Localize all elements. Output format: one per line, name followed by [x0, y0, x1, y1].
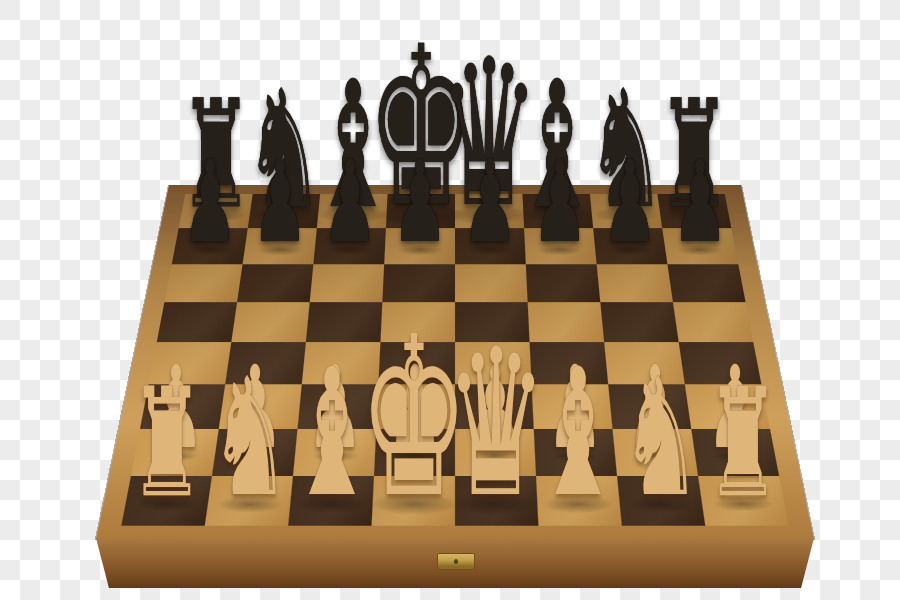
piece-black-pawn-h7[interactable]: ♟	[672, 146, 729, 260]
piece-black-pawn-c7[interactable]: ♟	[322, 146, 379, 260]
piece-black-pawn-b7[interactable]: ♟	[252, 146, 309, 260]
piece-white-knight-b1[interactable]: ♞	[209, 357, 290, 520]
piece-black-pawn-g7[interactable]: ♟	[602, 146, 659, 260]
square-a6[interactable]	[164, 264, 242, 302]
piece-white-queen-e1[interactable]: ♛	[445, 322, 546, 526]
piece-white-bishop-f1[interactable]: ♝	[535, 346, 622, 522]
piece-white-rook-a1[interactable]: ♜	[130, 369, 204, 519]
square-b6[interactable]	[237, 264, 313, 302]
square-h5[interactable]	[673, 302, 753, 342]
square-h6[interactable]	[667, 264, 745, 302]
square-g6[interactable]	[597, 264, 673, 302]
square-a5[interactable]	[157, 302, 237, 342]
brass-clasp-icon	[437, 553, 475, 570]
piece-white-knight-g1[interactable]: ♞	[620, 357, 701, 520]
square-f6[interactable]	[526, 264, 600, 302]
chess-set-photo: ♜♞♝♚♛♝♞♜♟♟♟♟♟♟♟♟♟♟♟♟♟♟♟♟♜♞♝♚♛♝♞♜	[0, 0, 900, 600]
piece-white-rook-h1[interactable]: ♜	[705, 369, 779, 519]
piece-black-pawn-d7[interactable]: ♟	[392, 146, 449, 260]
piece-black-pawn-a7[interactable]: ♟	[182, 146, 239, 260]
piece-black-pawn-e7[interactable]: ♟	[462, 146, 519, 260]
piece-black-pawn-f7[interactable]: ♟	[532, 146, 589, 260]
